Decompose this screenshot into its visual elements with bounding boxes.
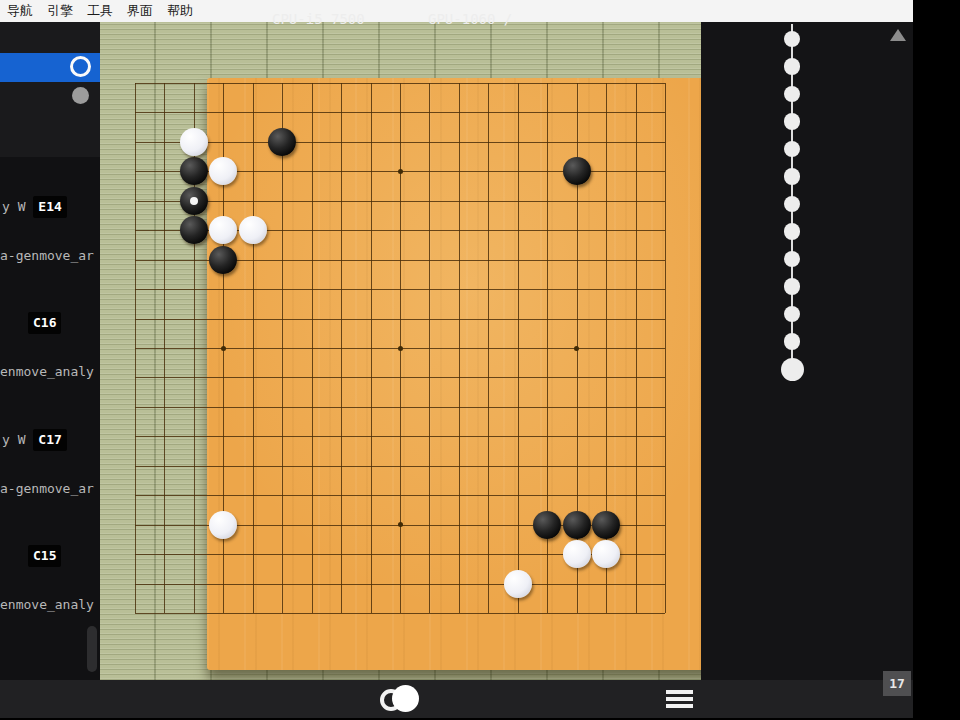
statusbar [0,680,913,718]
menu-item-navigation[interactable]: 导航 [2,2,38,20]
console-line: y W E14 [2,196,67,218]
console-line: y W C17 [2,429,67,451]
console-line: enmove_analy [0,361,94,383]
menu-item-help[interactable]: 帮助 [162,2,198,20]
toggle-knob[interactable] [392,685,419,712]
move-badge: C17 [33,429,66,451]
menu-item-tools[interactable]: 工具 [82,2,118,20]
tree-node-current[interactable] [781,358,804,381]
game-tree-panel [701,22,913,680]
scroll-up-icon[interactable] [890,29,906,41]
tree-node[interactable] [784,113,801,130]
player-row-black[interactable] [0,82,100,111]
cpu-gpu-toggle[interactable] [376,682,422,716]
tree-node[interactable] [784,333,801,350]
gpu-label: GPU-1060 / [428,0,512,38]
menu-item-interface[interactable]: 界面 [122,2,158,20]
console-line: C16 [28,312,61,334]
console-line: enmove_analy [0,594,94,616]
cpu-label: CPU-i5 7500 [272,0,365,38]
tree-node[interactable] [784,168,801,185]
move-badge: E14 [33,196,66,218]
menu-item-engine[interactable]: 引擎 [42,2,78,20]
console-line: C15 [28,545,61,567]
app-window: 导航引擎工具界面帮助 y W E14a-genmove_arC16enmove_… [0,0,960,720]
engine-console: y W E14a-genmove_arC16enmove_analyy W C1… [0,157,100,680]
move-number-badge: 17 [883,671,911,696]
tree-node[interactable] [784,58,801,75]
tree-node[interactable] [784,278,801,295]
console-line: a-genmove_ar [0,245,94,267]
sidebar-scrollbar-thumb[interactable] [87,626,97,672]
move-badge: C15 [28,545,61,567]
black-stone-icon [72,87,89,104]
white-stone-ring-icon [70,56,91,77]
board-background-tatami [100,22,701,680]
tree-node[interactable] [784,223,801,240]
player-row-white[interactable] [0,53,100,82]
hamburger-menu-icon[interactable] [666,687,693,711]
console-line: a-genmove_ar [0,478,94,500]
move-badge: C16 [28,312,61,334]
